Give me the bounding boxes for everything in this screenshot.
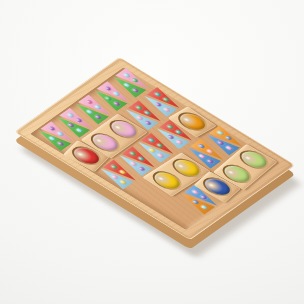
gem-dot [119,180,127,185]
gem-dot [85,99,93,104]
gem-dot [198,154,206,159]
gem-dot [56,131,64,136]
gem-dot [154,92,162,97]
gem-dot [135,105,143,110]
gem-dot [162,97,170,102]
gem-dot [147,138,155,143]
gem-dot [191,199,199,204]
gem-dot [162,107,170,112]
gem-dot [166,124,174,129]
gem-dot [67,123,75,128]
gem-dot [135,115,143,120]
gem-dot [110,174,118,179]
gem-dot [224,135,232,140]
gem-dot [137,166,145,171]
gem-dot [148,148,156,153]
gem-dot [199,195,207,200]
gem-dot [156,143,164,148]
gem-dot [75,118,83,123]
gem-dot [174,129,182,134]
gem-dot [200,205,208,210]
gem-dot [144,120,152,125]
gem-dot [104,86,112,91]
gem-dot [56,141,64,146]
gem-dot [93,104,101,109]
gem-dot [94,114,102,119]
gem-dot [206,159,214,164]
gem-dot [191,189,199,194]
gem-dot [143,110,151,115]
gem-dot [156,153,164,158]
gem-dot [131,88,139,93]
gem-dot [154,102,162,107]
gem-dot [129,161,137,166]
gem-dot [175,140,183,145]
gem-dot [85,109,93,114]
gem-dot [112,101,120,106]
product-photo-scene [0,0,304,304]
gem-dot [66,113,74,118]
gem-dot [197,144,205,149]
gem-dot [118,169,126,174]
gem-dot [112,91,120,96]
gem-dot [206,149,214,154]
gem-dot [216,140,224,145]
gem-dot [48,126,56,131]
gem-dot [104,96,112,101]
gem-dot [137,156,145,161]
gem-dot [110,164,118,169]
gem-dot [48,136,56,141]
gem-dot [167,134,175,139]
gem-dot [129,151,137,156]
gem-dot [123,83,131,88]
gem-dot [216,130,224,135]
gem-dot [122,73,130,78]
gem-dot [131,78,139,83]
gem-dot [225,145,233,150]
gem-dot [75,128,83,133]
